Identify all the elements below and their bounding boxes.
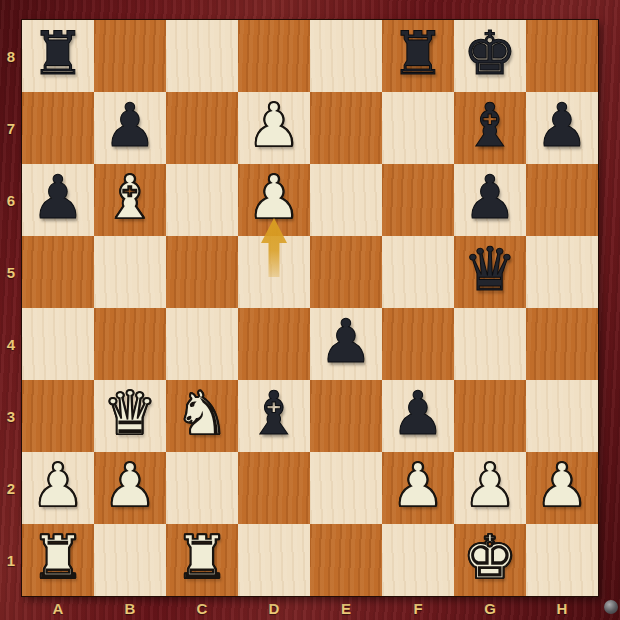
square-h7[interactable]: ♟ <box>526 92 598 164</box>
square-e8[interactable] <box>310 20 382 92</box>
square-e5[interactable] <box>310 236 382 308</box>
square-c7[interactable] <box>166 92 238 164</box>
file-label-a: A <box>22 596 94 620</box>
square-e2[interactable] <box>310 452 382 524</box>
square-d7[interactable]: ♟ <box>238 92 310 164</box>
white-pawn[interactable]: ♟ <box>247 89 301 161</box>
square-f8[interactable]: ♜ <box>382 20 454 92</box>
corner-marker-dot <box>604 600 618 614</box>
square-b1[interactable] <box>94 524 166 596</box>
square-b8[interactable] <box>94 20 166 92</box>
white-pawn[interactable]: ♟ <box>103 449 157 521</box>
square-h3[interactable] <box>526 380 598 452</box>
rank-label-2: 2 <box>0 452 22 524</box>
rank-label-6: 6 <box>0 164 22 236</box>
white-pawn[interactable]: ♟ <box>535 449 589 521</box>
square-f6[interactable] <box>382 164 454 236</box>
square-g7[interactable]: ♝ <box>454 92 526 164</box>
square-a8[interactable]: ♜ <box>22 20 94 92</box>
black-rook[interactable]: ♜ <box>391 17 445 89</box>
square-e6[interactable] <box>310 164 382 236</box>
rank-label-3: 3 <box>0 380 22 452</box>
black-pawn[interactable]: ♟ <box>103 89 157 161</box>
square-f4[interactable] <box>382 308 454 380</box>
square-f1[interactable] <box>382 524 454 596</box>
rank-labels: 87654321 <box>0 20 22 596</box>
square-d3[interactable]: ♝ <box>238 380 310 452</box>
square-d1[interactable] <box>238 524 310 596</box>
black-bishop[interactable]: ♝ <box>247 377 301 449</box>
square-e4[interactable]: ♟ <box>310 308 382 380</box>
square-b4[interactable] <box>94 308 166 380</box>
square-h1[interactable] <box>526 524 598 596</box>
file-label-b: B <box>94 596 166 620</box>
white-pawn[interactable]: ♟ <box>247 161 301 233</box>
square-c1[interactable]: ♜ <box>166 524 238 596</box>
black-pawn[interactable]: ♟ <box>319 305 373 377</box>
square-e7[interactable] <box>310 92 382 164</box>
chess-board-frame: 87654321 ABCDEFGH ♜♜♚♟♟♝♟♟♝♟♟♛♟♛♞♝♟♟♟♟♟♟… <box>0 0 620 620</box>
white-knight[interactable]: ♞ <box>175 377 229 449</box>
chess-board[interactable]: ♜♜♚♟♟♝♟♟♝♟♟♛♟♛♞♝♟♟♟♟♟♟♜♜♚ <box>22 20 598 596</box>
square-g6[interactable]: ♟ <box>454 164 526 236</box>
square-c2[interactable] <box>166 452 238 524</box>
black-pawn[interactable]: ♟ <box>463 161 517 233</box>
white-pawn[interactable]: ♟ <box>463 449 517 521</box>
file-label-d: D <box>238 596 310 620</box>
square-a3[interactable] <box>22 380 94 452</box>
square-e1[interactable] <box>310 524 382 596</box>
square-h8[interactable] <box>526 20 598 92</box>
square-d4[interactable] <box>238 308 310 380</box>
square-f7[interactable] <box>382 92 454 164</box>
square-h5[interactable] <box>526 236 598 308</box>
square-g3[interactable] <box>454 380 526 452</box>
square-g4[interactable] <box>454 308 526 380</box>
square-b7[interactable]: ♟ <box>94 92 166 164</box>
square-g8[interactable]: ♚ <box>454 20 526 92</box>
square-c4[interactable] <box>166 308 238 380</box>
square-a1[interactable]: ♜ <box>22 524 94 596</box>
white-pawn[interactable]: ♟ <box>31 449 85 521</box>
black-pawn[interactable]: ♟ <box>391 377 445 449</box>
square-c6[interactable] <box>166 164 238 236</box>
white-pawn[interactable]: ♟ <box>391 449 445 521</box>
square-d6[interactable]: ♟ <box>238 164 310 236</box>
square-c3[interactable]: ♞ <box>166 380 238 452</box>
square-e3[interactable] <box>310 380 382 452</box>
white-king[interactable]: ♚ <box>463 521 517 593</box>
file-label-e: E <box>310 596 382 620</box>
square-h2[interactable]: ♟ <box>526 452 598 524</box>
black-pawn[interactable]: ♟ <box>535 89 589 161</box>
square-b6[interactable]: ♝ <box>94 164 166 236</box>
white-queen[interactable]: ♛ <box>103 377 157 449</box>
square-d8[interactable] <box>238 20 310 92</box>
square-b5[interactable] <box>94 236 166 308</box>
file-labels: ABCDEFGH <box>22 596 598 620</box>
square-c8[interactable] <box>166 20 238 92</box>
square-h4[interactable] <box>526 308 598 380</box>
square-a5[interactable] <box>22 236 94 308</box>
square-b3[interactable]: ♛ <box>94 380 166 452</box>
rank-label-5: 5 <box>0 236 22 308</box>
file-label-c: C <box>166 596 238 620</box>
file-label-h: H <box>526 596 598 620</box>
square-d5[interactable] <box>238 236 310 308</box>
file-label-g: G <box>454 596 526 620</box>
black-queen[interactable]: ♛ <box>463 233 517 305</box>
square-g5[interactable]: ♛ <box>454 236 526 308</box>
square-a6[interactable]: ♟ <box>22 164 94 236</box>
square-a4[interactable] <box>22 308 94 380</box>
rank-label-7: 7 <box>0 92 22 164</box>
square-d2[interactable] <box>238 452 310 524</box>
square-f5[interactable] <box>382 236 454 308</box>
white-bishop[interactable]: ♝ <box>103 161 157 233</box>
black-pawn[interactable]: ♟ <box>31 161 85 233</box>
square-f2[interactable]: ♟ <box>382 452 454 524</box>
rank-label-4: 4 <box>0 308 22 380</box>
square-f3[interactable]: ♟ <box>382 380 454 452</box>
file-label-f: F <box>382 596 454 620</box>
square-g1[interactable]: ♚ <box>454 524 526 596</box>
square-a2[interactable]: ♟ <box>22 452 94 524</box>
black-rook[interactable]: ♜ <box>31 17 85 89</box>
black-bishop[interactable]: ♝ <box>463 89 517 161</box>
square-h6[interactable] <box>526 164 598 236</box>
black-king[interactable]: ♚ <box>463 17 517 89</box>
white-rook[interactable]: ♜ <box>175 521 229 593</box>
rank-label-1: 1 <box>0 524 22 596</box>
white-rook[interactable]: ♜ <box>31 521 85 593</box>
square-b2[interactable]: ♟ <box>94 452 166 524</box>
square-c5[interactable] <box>166 236 238 308</box>
square-g2[interactable]: ♟ <box>454 452 526 524</box>
square-a7[interactable] <box>22 92 94 164</box>
rank-label-8: 8 <box>0 20 22 92</box>
